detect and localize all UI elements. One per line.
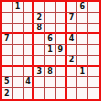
cell-r9c6[interactable] <box>56 88 67 99</box>
cell-r8c7[interactable] <box>67 77 78 88</box>
cell-r3c1[interactable] <box>2 24 13 35</box>
cell-r7c1[interactable] <box>2 67 13 78</box>
cell-r6c5[interactable] <box>45 56 56 67</box>
cell-r5c4[interactable] <box>34 45 45 56</box>
cell-r9c4[interactable] <box>34 88 45 99</box>
cell-r7c3[interactable] <box>24 67 35 78</box>
cell-r2c8[interactable] <box>77 13 88 24</box>
cell-r3c8[interactable] <box>77 24 88 35</box>
cell-r6c3[interactable] <box>24 56 35 67</box>
given-digit: 6 <box>80 3 86 11</box>
cell-r9c7[interactable] <box>67 88 78 99</box>
given-digit: 6 <box>47 35 53 43</box>
cell-r8c8[interactable] <box>77 77 88 88</box>
cell-r5c1[interactable] <box>2 45 13 56</box>
cell-r6c2[interactable] <box>13 56 24 67</box>
given-digit: 1 <box>80 68 86 76</box>
cell-r1c1[interactable] <box>2 2 13 13</box>
cell-r5c2[interactable] <box>13 45 24 56</box>
given-digit: 5 <box>4 78 10 86</box>
cell-r5c6[interactable]: 9 <box>56 45 67 56</box>
cell-r1c2[interactable]: 1 <box>13 2 24 13</box>
cell-r4c8[interactable] <box>77 34 88 45</box>
cell-r5c7[interactable] <box>67 45 78 56</box>
cell-r2c5[interactable] <box>45 13 56 24</box>
cell-r2c9[interactable] <box>88 13 99 24</box>
cell-r6c1[interactable] <box>2 56 13 67</box>
cell-r5c9[interactable] <box>88 45 99 56</box>
cell-r4c2[interactable] <box>13 34 24 45</box>
given-digit: 2 <box>4 90 10 98</box>
cell-r6c7[interactable]: 2 <box>67 56 78 67</box>
cell-r6c8[interactable] <box>77 56 88 67</box>
cell-r3c3[interactable] <box>24 24 35 35</box>
cell-r5c3[interactable] <box>24 45 35 56</box>
cell-r8c3[interactable]: 4 <box>24 77 35 88</box>
cell-r3c9[interactable] <box>88 24 99 35</box>
cell-r7c8[interactable]: 1 <box>77 67 88 78</box>
cell-r3c4[interactable]: 8 <box>34 24 45 35</box>
cell-r3c5[interactable] <box>45 24 56 35</box>
cell-r8c5[interactable] <box>45 77 56 88</box>
cell-r1c9[interactable] <box>88 2 99 13</box>
cell-r8c9[interactable] <box>88 77 99 88</box>
given-digit: 3 <box>36 68 42 76</box>
cell-r2c4[interactable]: 2 <box>34 13 45 24</box>
given-digit: 7 <box>69 14 75 22</box>
given-digit: 9 <box>57 46 63 54</box>
cell-r9c3[interactable] <box>24 88 35 99</box>
cell-r9c2[interactable] <box>13 88 24 99</box>
cell-r2c2[interactable] <box>13 13 24 24</box>
cell-r3c6[interactable] <box>56 24 67 35</box>
cell-r1c8[interactable]: 6 <box>77 2 88 13</box>
cell-r4c3[interactable] <box>24 34 35 45</box>
cell-r4c4[interactable] <box>34 34 45 45</box>
cell-r2c6[interactable] <box>56 13 67 24</box>
cell-r8c6[interactable] <box>56 77 67 88</box>
cell-r3c2[interactable] <box>13 24 24 35</box>
cell-r4c7[interactable]: 4 <box>67 34 78 45</box>
cell-r4c5[interactable]: 6 <box>45 34 56 45</box>
given-digit: 7 <box>4 35 10 43</box>
given-digit: 4 <box>69 35 75 43</box>
cell-r6c4[interactable] <box>34 56 45 67</box>
cell-r6c6[interactable] <box>56 56 67 67</box>
cell-r7c5[interactable]: 8 <box>45 67 56 78</box>
cell-r9c8[interactable] <box>77 88 88 99</box>
cell-r1c7[interactable] <box>67 2 78 13</box>
given-digit: 4 <box>25 78 31 86</box>
cell-r7c6[interactable] <box>56 67 67 78</box>
given-digit: 1 <box>47 46 53 54</box>
cell-r5c8[interactable] <box>77 45 88 56</box>
cell-r7c4[interactable]: 3 <box>34 67 45 78</box>
cell-r3c7[interactable] <box>67 24 78 35</box>
cell-r8c2[interactable] <box>13 77 24 88</box>
cell-r2c3[interactable] <box>24 13 35 24</box>
sudoku-board: 16278764192381542 <box>0 0 101 101</box>
cell-r9c9[interactable] <box>88 88 99 99</box>
cell-r9c5[interactable] <box>45 88 56 99</box>
cell-r7c9[interactable] <box>88 67 99 78</box>
cell-r2c1[interactable] <box>2 13 13 24</box>
cell-r9c1[interactable]: 2 <box>2 88 13 99</box>
cell-r8c1[interactable]: 5 <box>2 77 13 88</box>
cell-r4c1[interactable]: 7 <box>2 34 13 45</box>
cell-r8c4[interactable] <box>34 77 45 88</box>
cell-r1c4[interactable] <box>34 2 45 13</box>
cell-r1c3[interactable] <box>24 2 35 13</box>
given-digit: 2 <box>36 14 42 22</box>
given-digit: 8 <box>47 68 53 76</box>
cell-r6c9[interactable] <box>88 56 99 67</box>
cell-r1c6[interactable] <box>56 2 67 13</box>
cell-r1c5[interactable] <box>45 2 56 13</box>
cell-r7c2[interactable] <box>13 67 24 78</box>
cell-r7c7[interactable] <box>67 67 78 78</box>
given-digit: 8 <box>36 24 42 32</box>
given-digit: 2 <box>69 56 75 64</box>
cell-r2c7[interactable]: 7 <box>67 13 78 24</box>
cell-r5c5[interactable]: 1 <box>45 45 56 56</box>
cell-r4c9[interactable] <box>88 34 99 45</box>
cell-r4c6[interactable] <box>56 34 67 45</box>
given-digit: 1 <box>15 3 21 11</box>
